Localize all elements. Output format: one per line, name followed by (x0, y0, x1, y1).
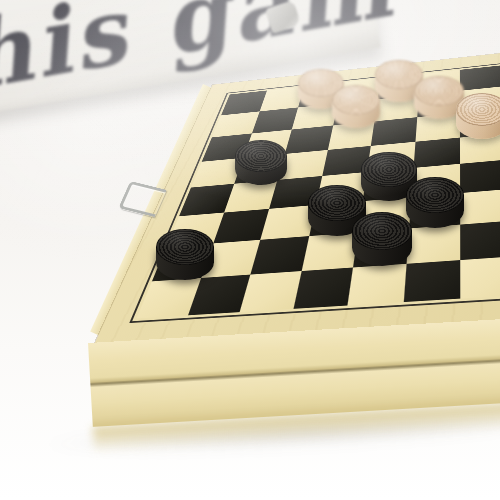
pieces-layer (0, 0, 500, 500)
checker-top-rings (456, 93, 500, 125)
checker-dark-a2 (156, 229, 214, 280)
checker-top-rings (406, 177, 465, 213)
checker-light-d7 (332, 85, 380, 128)
checker-dark-e2 (352, 212, 413, 266)
checker-dark-f3 (406, 177, 465, 229)
photo-stage: his gam (0, 0, 500, 500)
checker-light-g6 (456, 93, 500, 139)
checker-top-rings (352, 212, 413, 250)
checker-top-rings (235, 140, 287, 172)
checker-top-rings (156, 229, 214, 265)
checker-dark-b5 (235, 140, 287, 185)
